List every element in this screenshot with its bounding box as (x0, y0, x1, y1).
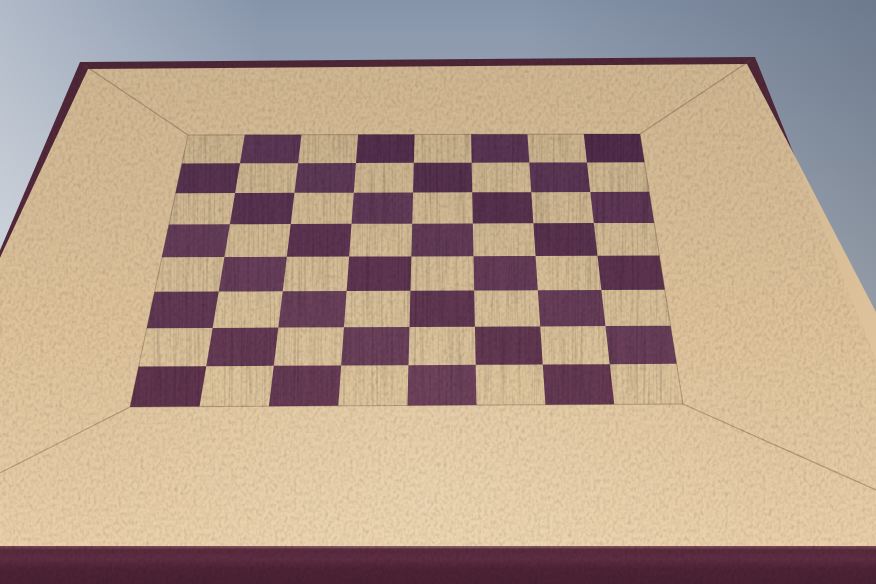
chessboard-photo (0, 0, 876, 584)
scene-svg (0, 0, 876, 584)
wood-texture (0, 0, 876, 584)
